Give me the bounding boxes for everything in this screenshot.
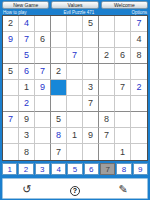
numpad-1[interactable]: 1 <box>2 163 17 175</box>
cell-r7c1[interactable]: 7 <box>3 112 19 128</box>
cell-r2c5[interactable] <box>67 32 83 48</box>
cell-r2c3[interactable]: 6 <box>35 32 51 48</box>
tab-new-game[interactable]: New Game <box>2 1 49 9</box>
cell-r9c9[interactable] <box>131 144 147 160</box>
cell-r9c4[interactable]: 7 <box>51 144 67 160</box>
bottom-toolbar: ↺ ? ✎ <box>2 178 148 199</box>
tab-welcome[interactable]: Welcome <box>101 1 148 9</box>
cell-r8c8[interactable] <box>115 128 131 144</box>
cell-r4c8[interactable] <box>115 64 131 80</box>
numpad-7[interactable]: 7 <box>100 163 115 175</box>
numpad-8[interactable]: 8 <box>116 163 131 175</box>
cell-r5c7[interactable] <box>99 80 115 96</box>
cell-r3c9[interactable]: 8 <box>131 48 147 64</box>
cell-r3c5[interactable]: 7 <box>67 48 83 64</box>
cell-r8c6[interactable]: 9 <box>83 128 99 144</box>
cell-r2c9[interactable]: 4 <box>131 32 147 48</box>
cell-r1c3[interactable] <box>35 16 51 32</box>
cell-r5c2[interactable]: 1 <box>19 80 35 96</box>
cell-r3c2[interactable]: 5 <box>19 48 35 64</box>
cell-r3c7[interactable]: 2 <box>99 48 115 64</box>
cell-r9c1[interactable] <box>3 144 19 160</box>
cell-r6c1[interactable] <box>3 96 19 112</box>
cell-r9c8[interactable]: 1 <box>115 144 131 160</box>
sudoku-board[interactable]: 245797645726856721937227795838197871 <box>2 15 148 161</box>
cell-r6c4[interactable] <box>51 96 67 112</box>
cell-r8c9[interactable] <box>131 128 147 144</box>
cell-r9c2[interactable]: 8 <box>19 144 35 160</box>
numpad-9[interactable]: 9 <box>133 163 148 175</box>
cell-r7c5[interactable] <box>67 112 83 128</box>
cell-r5c5[interactable] <box>67 80 83 96</box>
numpad-3[interactable]: 3 <box>35 163 50 175</box>
cell-r1c8[interactable] <box>115 16 131 32</box>
cell-r3c8[interactable]: 6 <box>115 48 131 64</box>
cell-r7c3[interactable] <box>35 112 51 128</box>
cell-r1c1[interactable]: 2 <box>3 16 19 32</box>
cell-r8c3[interactable] <box>35 128 51 144</box>
cell-r7c7[interactable]: 8 <box>99 112 115 128</box>
cell-r2c7[interactable] <box>99 32 115 48</box>
cell-r4c3[interactable]: 7 <box>35 64 51 80</box>
cell-r3c3[interactable] <box>35 48 51 64</box>
cell-r6c5[interactable] <box>67 96 83 112</box>
numpad-6[interactable]: 6 <box>84 163 99 175</box>
cell-r9c5[interactable] <box>67 144 83 160</box>
cell-r2c4[interactable] <box>51 32 67 48</box>
undo-button[interactable]: ↺ <box>22 181 31 196</box>
cell-r1c6[interactable]: 5 <box>83 16 99 32</box>
cell-r4c6[interactable] <box>83 64 99 80</box>
cell-r4c4[interactable]: 2 <box>51 64 67 80</box>
cell-r6c7[interactable] <box>99 96 115 112</box>
cell-r8c5[interactable]: 1 <box>67 128 83 144</box>
hint-button[interactable]: ? <box>70 181 80 196</box>
cell-r3c6[interactable] <box>83 48 99 64</box>
cell-r7c8[interactable] <box>115 112 131 128</box>
cell-r5c6[interactable]: 3 <box>83 80 99 96</box>
cell-r5c9[interactable]: 2 <box>131 80 147 96</box>
puzzle-title: Evil Puzzle 471 <box>64 10 95 15</box>
cell-r7c2[interactable]: 9 <box>19 112 35 128</box>
cell-r1c2[interactable]: 4 <box>19 16 35 32</box>
cell-r9c3[interactable] <box>35 144 51 160</box>
top-tab-bar: New Game Values Welcome <box>0 0 150 9</box>
cell-r4c7[interactable] <box>99 64 115 80</box>
undo-icon: ↺ <box>22 183 31 195</box>
cell-r1c9[interactable]: 7 <box>131 16 147 32</box>
cell-r5c3[interactable]: 9 <box>35 80 51 96</box>
cell-r5c4[interactable] <box>51 80 67 96</box>
cell-r3c4[interactable] <box>51 48 67 64</box>
cell-r4c5[interactable] <box>67 64 83 80</box>
cell-r8c4[interactable]: 8 <box>51 128 67 144</box>
cell-r8c7[interactable]: 7 <box>99 128 115 144</box>
hint-icon: ? <box>70 186 80 196</box>
cell-r7c6[interactable] <box>83 112 99 128</box>
pencil-icon: ✎ <box>119 183 128 195</box>
cell-r4c9[interactable] <box>131 64 147 80</box>
number-pad: 123456789 <box>2 163 148 175</box>
cell-r1c5[interactable] <box>67 16 83 32</box>
tab-values[interactable]: Values <box>51 1 98 9</box>
cell-r4c1[interactable]: 5 <box>3 64 19 80</box>
cell-r5c1[interactable] <box>3 80 19 96</box>
cell-r6c8[interactable] <box>115 96 131 112</box>
status-left-link[interactable]: How to play <box>3 10 27 15</box>
cell-r2c1[interactable]: 9 <box>3 32 19 48</box>
cell-r2c6[interactable] <box>83 32 99 48</box>
cell-r6c2[interactable]: 2 <box>19 96 35 112</box>
numpad-2[interactable]: 2 <box>18 163 33 175</box>
cell-r2c2[interactable]: 7 <box>19 32 35 48</box>
cell-r4c2[interactable]: 6 <box>19 64 35 80</box>
cell-r9c6[interactable] <box>83 144 99 160</box>
cell-r5c8[interactable]: 7 <box>115 80 131 96</box>
cell-r8c1[interactable] <box>3 128 19 144</box>
cell-r1c4[interactable] <box>51 16 67 32</box>
notes-button[interactable]: ✎ <box>119 181 128 196</box>
cell-r6c9[interactable] <box>131 96 147 112</box>
cell-r2c8[interactable] <box>115 32 131 48</box>
numpad-4[interactable]: 4 <box>51 163 66 175</box>
cell-r9c7[interactable] <box>99 144 115 160</box>
status-right-link[interactable]: Options <box>131 10 147 15</box>
cell-r3c1[interactable] <box>3 48 19 64</box>
cell-r6c3[interactable] <box>35 96 51 112</box>
cell-r8c2[interactable]: 3 <box>19 128 35 144</box>
cell-r6c6[interactable]: 7 <box>83 96 99 112</box>
cell-r1c7[interactable] <box>99 16 115 32</box>
cell-r7c9[interactable] <box>131 112 147 128</box>
numpad-5[interactable]: 5 <box>67 163 82 175</box>
cell-r7c4[interactable]: 5 <box>51 112 67 128</box>
